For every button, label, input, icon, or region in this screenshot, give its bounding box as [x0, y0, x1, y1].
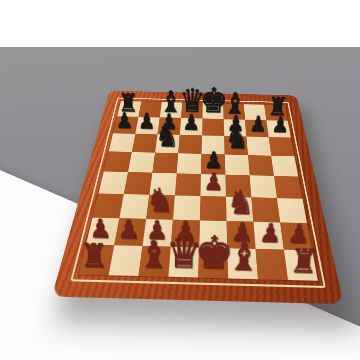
red-knight-piece[interactable]: ♞ [146, 184, 174, 218]
square-e1[interactable]: ♚ [198, 247, 228, 278]
square-d7[interactable]: ♟ [180, 118, 203, 135]
black-pawn-piece[interactable]: ♟ [138, 111, 156, 133]
board-grid: ♜♝♛♚♝♜♟♟♟♟♟♟♟♞♞♟♟♞♞♟♟♟♟♟♟♟♜♝♛♚♝♜ [79, 101, 318, 281]
square-f5[interactable] [225, 154, 250, 175]
red-rook-piece[interactable]: ♜ [288, 244, 319, 278]
black-pawn-piece[interactable]: ♟ [271, 114, 290, 136]
red-rook-piece[interactable]: ♜ [79, 239, 108, 273]
black-knight-piece[interactable]: ♞ [155, 121, 179, 151]
square-c6[interactable]: ♞ [155, 134, 180, 153]
square-b6[interactable] [132, 134, 158, 153]
black-pawn-piece[interactable]: ♟ [249, 114, 268, 136]
square-d4[interactable] [175, 173, 201, 196]
square-f1[interactable]: ♝ [227, 248, 258, 279]
square-g6[interactable] [246, 137, 271, 156]
black-pawn-piece[interactable]: ♟ [116, 110, 134, 132]
red-pawn-piece[interactable]: ♟ [258, 220, 282, 247]
black-pawn-piece[interactable]: ♟ [182, 112, 200, 134]
square-e8[interactable]: ♚ [202, 103, 223, 119]
square-h7[interactable]: ♟ [266, 120, 291, 138]
red-knight-piece[interactable]: ♞ [226, 186, 255, 220]
square-e4[interactable]: ♟ [200, 174, 226, 197]
square-e3[interactable] [200, 196, 227, 221]
square-e7[interactable] [202, 119, 224, 136]
chess-set-photo: ♜♝♛♚♝♜♟♟♟♟♟♟♟♞♞♟♟♞♞♟♟♟♟♟♟♟♜♝♛♚♝♜ [0, 0, 360, 360]
red-bishop-piece[interactable]: ♝ [227, 237, 262, 276]
square-d6[interactable] [178, 135, 202, 154]
square-h1[interactable]: ♜ [284, 250, 318, 281]
square-f6[interactable]: ♞ [224, 136, 248, 155]
red-pawn-piece[interactable]: ♟ [203, 170, 224, 195]
black-knight-piece[interactable]: ♞ [224, 123, 249, 153]
square-a6[interactable] [109, 133, 136, 152]
square-h4[interactable] [274, 176, 303, 199]
square-h6[interactable] [269, 137, 295, 156]
